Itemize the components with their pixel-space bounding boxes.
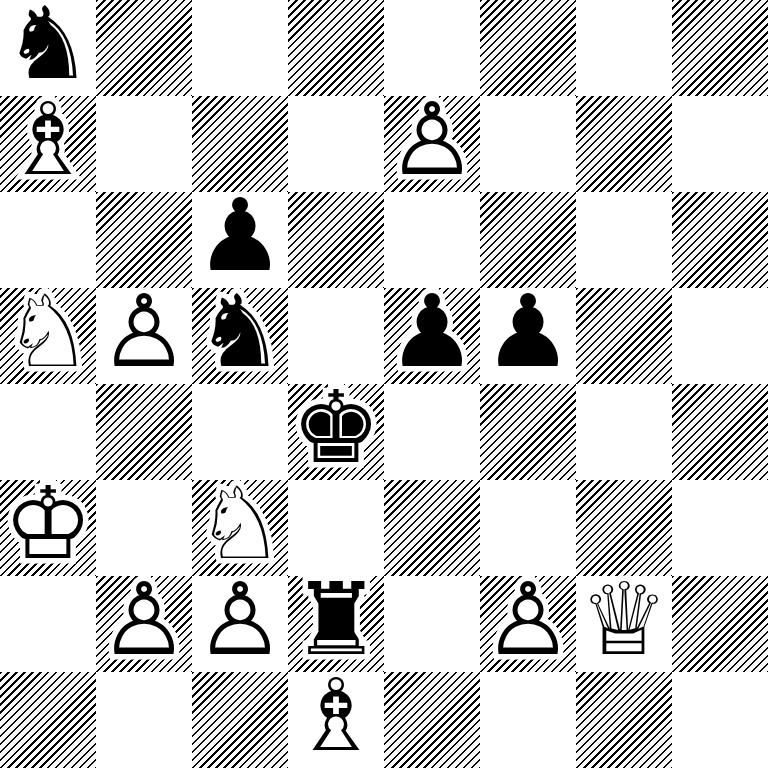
square-b5[interactable]: ♟♟♙ <box>96 288 192 384</box>
square-c6[interactable]: ♟♟ <box>192 192 288 288</box>
piece-halo: ♝ <box>0 92 96 188</box>
white-pawn-icon: ♙ <box>96 284 192 380</box>
square-a5[interactable]: ♞♞♘ <box>0 288 96 384</box>
square-f6[interactable] <box>480 192 576 288</box>
square-a6[interactable] <box>0 192 96 288</box>
piece-white-pawn[interactable]: ♟♟♙ <box>384 96 480 192</box>
square-h4[interactable] <box>672 384 768 480</box>
square-f2[interactable]: ♟♟♙ <box>480 576 576 672</box>
piece-halo: ♟ <box>480 284 576 380</box>
piece-halo: ♛ <box>576 572 672 668</box>
square-f3[interactable] <box>480 480 576 576</box>
square-g3[interactable] <box>576 480 672 576</box>
piece-white-queen[interactable]: ♛♛♕ <box>576 576 672 672</box>
piece-white-pawn[interactable]: ♟♟♙ <box>96 288 192 384</box>
square-d1[interactable]: ♝♝♗ <box>288 672 384 768</box>
square-e8[interactable] <box>384 0 480 96</box>
square-e2[interactable] <box>384 576 480 672</box>
square-d4[interactable]: ♚♚ <box>288 384 384 480</box>
square-e1[interactable] <box>384 672 480 768</box>
piece-halo: ♚ <box>0 476 96 572</box>
black-knight-icon: ♞ <box>192 284 288 380</box>
piece-white-pawn[interactable]: ♟♟♙ <box>96 576 192 672</box>
square-d5[interactable] <box>288 288 384 384</box>
square-e4[interactable] <box>384 384 480 480</box>
piece-white-fill: ♞ <box>0 284 96 380</box>
square-a4[interactable] <box>0 384 96 480</box>
piece-white-bishop[interactable]: ♝♝♗ <box>0 96 96 192</box>
piece-halo: ♟ <box>384 284 480 380</box>
piece-white-pawn[interactable]: ♟♟♙ <box>192 576 288 672</box>
piece-halo: ♝ <box>288 668 384 764</box>
square-d2[interactable]: ♜♜ <box>288 576 384 672</box>
piece-white-fill: ♝ <box>288 668 384 764</box>
square-f8[interactable] <box>480 0 576 96</box>
piece-white-fill: ♟ <box>96 572 192 668</box>
square-g1[interactable] <box>576 672 672 768</box>
square-b3[interactable] <box>96 480 192 576</box>
square-b6[interactable] <box>96 192 192 288</box>
black-pawn-icon: ♟ <box>384 284 480 380</box>
white-bishop-icon: ♗ <box>0 92 96 188</box>
square-g6[interactable] <box>576 192 672 288</box>
white-king-icon: ♔ <box>0 476 96 572</box>
square-f4[interactable] <box>480 384 576 480</box>
square-h3[interactable] <box>672 480 768 576</box>
square-a2[interactable] <box>0 576 96 672</box>
piece-white-fill: ♝ <box>0 92 96 188</box>
square-b7[interactable] <box>96 96 192 192</box>
square-f1[interactable] <box>480 672 576 768</box>
square-d3[interactable] <box>288 480 384 576</box>
piece-halo: ♞ <box>0 0 96 92</box>
square-a7[interactable]: ♝♝♗ <box>0 96 96 192</box>
piece-halo: ♟ <box>384 92 480 188</box>
white-bishop-icon: ♗ <box>288 668 384 764</box>
square-h2[interactable] <box>672 576 768 672</box>
square-b8[interactable] <box>96 0 192 96</box>
piece-white-fill: ♞ <box>192 476 288 572</box>
square-g4[interactable] <box>576 384 672 480</box>
piece-white-fill: ♟ <box>480 572 576 668</box>
square-g8[interactable] <box>576 0 672 96</box>
square-b1[interactable] <box>96 672 192 768</box>
square-a3[interactable]: ♚♚♔ <box>0 480 96 576</box>
square-h8[interactable] <box>672 0 768 96</box>
piece-halo: ♟ <box>480 572 576 668</box>
square-h1[interactable] <box>672 672 768 768</box>
piece-halo: ♟ <box>96 572 192 668</box>
black-king-icon: ♚ <box>288 380 384 476</box>
square-c2[interactable]: ♟♟♙ <box>192 576 288 672</box>
square-b2[interactable]: ♟♟♙ <box>96 576 192 672</box>
square-c1[interactable] <box>192 672 288 768</box>
white-pawn-icon: ♙ <box>192 572 288 668</box>
square-f5[interactable]: ♟♟ <box>480 288 576 384</box>
piece-white-fill: ♟ <box>96 284 192 380</box>
square-g7[interactable] <box>576 96 672 192</box>
square-c4[interactable] <box>192 384 288 480</box>
black-pawn-icon: ♟ <box>480 284 576 380</box>
square-h6[interactable] <box>672 192 768 288</box>
black-knight-icon: ♞ <box>0 0 96 92</box>
piece-halo: ♟ <box>192 188 288 284</box>
square-c7[interactable] <box>192 96 288 192</box>
piece-halo: ♞ <box>192 476 288 572</box>
piece-white-fill: ♟ <box>384 92 480 188</box>
white-pawn-icon: ♙ <box>384 92 480 188</box>
piece-white-knight[interactable]: ♞♞♘ <box>192 480 288 576</box>
square-e6[interactable] <box>384 192 480 288</box>
chess-board: ♞♞♝♝♗♟♟♙♟♟♞♞♘♟♟♙♞♞♟♟♟♟♚♚♚♚♔♞♞♘♟♟♙♟♟♙♜♜♟♟… <box>0 0 768 768</box>
square-a8[interactable]: ♞♞ <box>0 0 96 96</box>
piece-white-fill: ♛ <box>576 572 672 668</box>
white-knight-icon: ♘ <box>0 284 96 380</box>
white-pawn-icon: ♙ <box>480 572 576 668</box>
piece-white-fill: ♟ <box>192 572 288 668</box>
piece-white-fill: ♚ <box>0 476 96 572</box>
piece-white-king[interactable]: ♚♚♔ <box>0 480 96 576</box>
white-queen-icon: ♕ <box>576 572 672 668</box>
piece-halo: ♟ <box>96 284 192 380</box>
square-g2[interactable]: ♛♛♕ <box>576 576 672 672</box>
square-c5[interactable]: ♞♞ <box>192 288 288 384</box>
piece-halo: ♟ <box>192 572 288 668</box>
square-c8[interactable] <box>192 0 288 96</box>
piece-black-rook[interactable]: ♜♜ <box>288 576 384 672</box>
square-g5[interactable] <box>576 288 672 384</box>
square-b4[interactable] <box>96 384 192 480</box>
piece-white-bishop[interactable]: ♝♝♗ <box>288 672 384 768</box>
piece-halo: ♞ <box>0 284 96 380</box>
piece-halo: ♚ <box>288 380 384 476</box>
square-d8[interactable] <box>288 0 384 96</box>
piece-halo: ♞ <box>192 284 288 380</box>
square-f7[interactable] <box>480 96 576 192</box>
white-knight-icon: ♘ <box>192 476 288 572</box>
piece-white-knight[interactable]: ♞♞♘ <box>0 288 96 384</box>
black-pawn-icon: ♟ <box>192 188 288 284</box>
piece-black-pawn[interactable]: ♟♟ <box>192 192 288 288</box>
square-h5[interactable] <box>672 288 768 384</box>
square-d7[interactable] <box>288 96 384 192</box>
white-pawn-icon: ♙ <box>96 572 192 668</box>
black-rook-icon: ♜ <box>288 572 384 668</box>
piece-black-knight[interactable]: ♞♞ <box>192 288 288 384</box>
piece-white-pawn[interactable]: ♟♟♙ <box>480 576 576 672</box>
piece-black-king[interactable]: ♚♚ <box>288 384 384 480</box>
piece-halo: ♜ <box>288 572 384 668</box>
square-a1[interactable] <box>0 672 96 768</box>
piece-black-pawn[interactable]: ♟♟ <box>480 288 576 384</box>
square-e7[interactable]: ♟♟♙ <box>384 96 480 192</box>
square-h7[interactable] <box>672 96 768 192</box>
square-c3[interactable]: ♞♞♘ <box>192 480 288 576</box>
square-d6[interactable] <box>288 192 384 288</box>
piece-black-pawn[interactable]: ♟♟ <box>384 288 480 384</box>
square-e5[interactable]: ♟♟ <box>384 288 480 384</box>
piece-black-knight[interactable]: ♞♞ <box>0 0 96 96</box>
square-e3[interactable] <box>384 480 480 576</box>
